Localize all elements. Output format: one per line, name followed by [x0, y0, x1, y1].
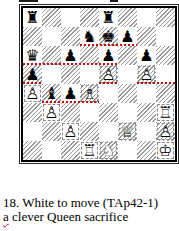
- square-f4: [118, 84, 137, 103]
- square-f2: ♛♕: [118, 122, 137, 141]
- white-pawn-b3-icon: ♟♙: [42, 103, 61, 122]
- square-d2: [80, 122, 99, 141]
- black-rook-e8-icon: ♜: [99, 8, 118, 27]
- square-f8: [118, 8, 137, 27]
- square-d3: [80, 103, 99, 122]
- black-rook-a8-icon: ♜: [23, 8, 42, 27]
- square-h3: ♜♖: [156, 103, 175, 122]
- black-pawn-g6-icon: ♟: [137, 46, 156, 65]
- chess-puzzle-diagram: ♜♜♞♚♟♛♟♟♟♟♟♙♟♙♟♙♝♟♝♗♟♙♜♖♟♙♛♕♟♙♜♖♞♘♚♔ 18.…: [0, 0, 179, 231]
- square-e3: [99, 103, 118, 122]
- square-c5: [61, 65, 80, 84]
- square-a4: ♟♙: [23, 84, 42, 103]
- square-g2: [137, 122, 156, 141]
- square-h2: ♟♙: [156, 122, 175, 141]
- white-rook-h3-icon: ♜♖: [156, 103, 175, 122]
- square-h8: [156, 8, 175, 27]
- red-squiggle-annotation: [80, 44, 137, 46]
- white-pawn-c2-icon: ♟♙: [61, 122, 80, 141]
- square-g6: ♟: [137, 46, 156, 65]
- square-h6: [156, 46, 175, 65]
- square-f3: [118, 103, 137, 122]
- square-b1: [42, 141, 61, 160]
- square-b7: [42, 27, 61, 46]
- square-e8: ♜: [99, 8, 118, 27]
- square-e2: [99, 122, 118, 141]
- square-b2: [42, 122, 61, 141]
- square-d8: [80, 8, 99, 27]
- square-g3: [137, 103, 156, 122]
- square-a3: [23, 103, 42, 122]
- white-rook-d1-icon: ♜♖: [80, 141, 99, 160]
- cropped-content-artifact: [19, 0, 38, 2]
- square-e1: ♞♘: [99, 141, 118, 160]
- red-squiggle-annotation: [23, 63, 118, 65]
- chess-board: ♜♜♞♚♟♛♟♟♟♟♟♙♟♙♟♙♝♟♝♗♟♙♜♖♟♙♛♕♟♙♜♖♞♘♚♔: [21, 6, 177, 162]
- square-c8: [61, 8, 80, 27]
- square-g8: [137, 8, 156, 27]
- caption-line2: a clever Queen sacrifice: [3, 210, 177, 224]
- square-e4: [99, 84, 118, 103]
- red-squiggle-annotation: [42, 101, 99, 103]
- red-squiggle-annotation: [23, 82, 42, 84]
- caption: 18. White to move (TAp42-1) a clever Que…: [3, 196, 177, 224]
- square-b8: [42, 8, 61, 27]
- square-c2: ♟♙: [61, 122, 80, 141]
- red-squiggle-annotation: [99, 82, 118, 84]
- square-g4: [137, 84, 156, 103]
- square-a7: [23, 27, 42, 46]
- square-f5: [118, 65, 137, 84]
- white-pawn-h2-icon: ♟♙: [156, 122, 175, 141]
- square-h4: [156, 84, 175, 103]
- square-a1: [23, 141, 42, 160]
- square-h1: ♚♔: [156, 141, 175, 160]
- square-a8: ♜: [23, 8, 42, 27]
- white-king-h1-icon: ♚♔: [156, 141, 175, 160]
- square-h7: [156, 27, 175, 46]
- square-c7: [61, 27, 80, 46]
- caption-line2-rest: clever Queen sacrifice: [9, 209, 128, 224]
- white-knight-e1-icon: ♞♘: [99, 141, 118, 160]
- square-f6: [118, 46, 137, 65]
- square-c3: [61, 103, 80, 122]
- square-a2: [23, 122, 42, 141]
- square-d1: ♜♖: [80, 141, 99, 160]
- square-b3: ♟♙: [42, 103, 61, 122]
- cropped-content-artifact: [110, 0, 118, 2]
- square-g7: [137, 27, 156, 46]
- red-squiggle-annotation: [137, 82, 175, 84]
- white-pawn-a4-icon: ♟♙: [23, 84, 42, 103]
- square-g1: [137, 141, 156, 160]
- white-queen-f2-icon: ♛♕: [118, 122, 137, 141]
- square-b5: [42, 65, 61, 84]
- caption-line1: 18. White to move (TAp42-1): [3, 196, 177, 210]
- square-c1: [61, 141, 80, 160]
- square-f1: [118, 141, 137, 160]
- square-d5: [80, 65, 99, 84]
